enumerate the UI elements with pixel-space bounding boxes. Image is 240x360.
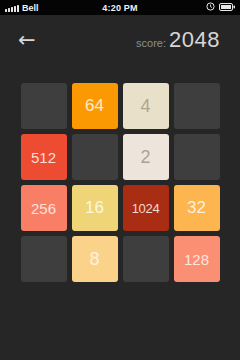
alarm-clock-icon <box>206 2 215 13</box>
score-label: score: <box>136 37 166 49</box>
tile-512: 512 <box>21 134 67 180</box>
empty-cell <box>21 83 67 129</box>
empty-cell <box>174 83 220 129</box>
empty-cell <box>174 134 220 180</box>
header: ← score: 2048 <box>0 15 240 65</box>
tile-1024: 1024 <box>123 185 169 231</box>
score-value: 2048 <box>169 27 220 53</box>
tile-2: 2 <box>123 134 169 180</box>
tile-256: 256 <box>21 185 67 231</box>
battery-icon <box>219 3 235 13</box>
empty-cell <box>21 236 67 282</box>
tile-128: 128 <box>174 236 220 282</box>
clock-time: 4:20 PM <box>75 3 165 13</box>
score-display: score: 2048 <box>136 27 220 53</box>
tile-8: 8 <box>72 236 118 282</box>
empty-cell <box>123 236 169 282</box>
back-arrow-icon[interactable]: ← <box>18 30 36 51</box>
tile-64: 64 <box>72 83 118 129</box>
signal-strength-icon <box>5 4 19 12</box>
tile-4: 4 <box>123 83 169 129</box>
tile-16: 16 <box>72 185 118 231</box>
board[interactable]: 6445122256161024328128 <box>21 83 220 282</box>
carrier-label: Bell <box>22 3 39 13</box>
status-bar: Bell 4:20 PM <box>0 0 240 15</box>
empty-cell <box>72 134 118 180</box>
tile-32: 32 <box>174 185 220 231</box>
